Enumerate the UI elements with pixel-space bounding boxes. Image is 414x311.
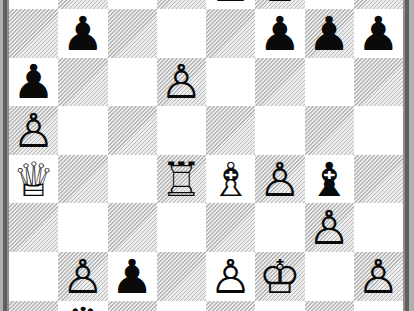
square-d3[interactable] — [157, 203, 206, 252]
square-b5[interactable] — [58, 106, 107, 155]
square-h5[interactable] — [354, 106, 403, 155]
black-bishop: ♝ — [308, 156, 350, 203]
square-b7[interactable]: ♟ — [58, 9, 107, 58]
white-queen: ♕ — [13, 156, 55, 203]
square-a1[interactable] — [9, 301, 58, 311]
square-c7[interactable] — [108, 9, 157, 58]
square-g3[interactable]: ♙ — [305, 203, 354, 252]
chess-diagram: ♜♚♟♟♟♟♟♙♙♕♖♗♙♝♙♙♟♙♔♙♛ — [0, 0, 414, 311]
board-frame-right — [403, 0, 414, 311]
square-h3[interactable] — [354, 203, 403, 252]
black-queen: ♛ — [62, 301, 104, 311]
square-d4[interactable]: ♖ — [157, 155, 206, 204]
board-frame-left — [0, 0, 9, 311]
square-a2[interactable] — [9, 252, 58, 301]
square-f7[interactable]: ♟ — [255, 9, 304, 58]
white-bishop: ♗ — [210, 156, 252, 203]
square-d7[interactable] — [157, 9, 206, 58]
black-pawn: ♟ — [13, 58, 55, 105]
square-f2[interactable]: ♔ — [255, 252, 304, 301]
square-e4[interactable]: ♗ — [206, 155, 255, 204]
square-a5[interactable]: ♙ — [9, 106, 58, 155]
white-rook: ♖ — [160, 156, 202, 203]
square-f1[interactable] — [255, 301, 304, 311]
square-f4[interactable]: ♙ — [255, 155, 304, 204]
square-d2[interactable] — [157, 252, 206, 301]
square-e8[interactable]: ♜ — [206, 0, 255, 9]
square-a8[interactable] — [9, 0, 58, 9]
square-g1[interactable] — [305, 301, 354, 311]
white-pawn: ♙ — [13, 107, 55, 154]
black-pawn: ♟ — [357, 10, 399, 57]
white-pawn: ♙ — [259, 156, 301, 203]
square-h1[interactable] — [354, 301, 403, 311]
white-pawn: ♙ — [160, 58, 202, 105]
square-d5[interactable] — [157, 106, 206, 155]
white-king: ♔ — [259, 253, 301, 300]
square-e1[interactable] — [206, 301, 255, 311]
square-b2[interactable]: ♙ — [58, 252, 107, 301]
square-h7[interactable]: ♟ — [354, 9, 403, 58]
square-f8[interactable]: ♚ — [255, 0, 304, 9]
square-c4[interactable] — [108, 155, 157, 204]
square-a4[interactable]: ♕ — [9, 155, 58, 204]
square-e3[interactable] — [206, 203, 255, 252]
square-h8[interactable] — [354, 0, 403, 9]
black-pawn: ♟ — [259, 10, 301, 57]
black-pawn: ♟ — [111, 253, 153, 300]
white-pawn: ♙ — [357, 253, 399, 300]
square-e6[interactable] — [206, 58, 255, 107]
square-c6[interactable] — [108, 58, 157, 107]
chess-board: ♜♚♟♟♟♟♟♙♙♕♖♗♙♝♙♙♟♙♔♙♛ — [9, 0, 403, 311]
square-b4[interactable] — [58, 155, 107, 204]
square-h4[interactable] — [354, 155, 403, 204]
square-d8[interactable] — [157, 0, 206, 9]
square-f3[interactable] — [255, 203, 304, 252]
square-b1[interactable]: ♛ — [58, 301, 107, 311]
square-g7[interactable]: ♟ — [305, 9, 354, 58]
square-c8[interactable] — [108, 0, 157, 9]
square-h6[interactable] — [354, 58, 403, 107]
square-c2[interactable]: ♟ — [108, 252, 157, 301]
white-pawn: ♙ — [210, 253, 252, 300]
black-pawn: ♟ — [308, 10, 350, 57]
square-c1[interactable] — [108, 301, 157, 311]
square-g2[interactable] — [305, 252, 354, 301]
square-g8[interactable] — [305, 0, 354, 9]
square-a3[interactable] — [9, 203, 58, 252]
black-pawn: ♟ — [62, 10, 104, 57]
square-g6[interactable] — [305, 58, 354, 107]
square-d1[interactable] — [157, 301, 206, 311]
square-a7[interactable] — [9, 9, 58, 58]
square-e2[interactable]: ♙ — [206, 252, 255, 301]
square-a6[interactable]: ♟ — [9, 58, 58, 107]
black-king: ♚ — [259, 0, 301, 8]
square-e7[interactable] — [206, 9, 255, 58]
square-f6[interactable] — [255, 58, 304, 107]
square-b6[interactable] — [58, 58, 107, 107]
black-rook: ♜ — [210, 0, 252, 8]
white-pawn: ♙ — [308, 204, 350, 251]
square-d6[interactable]: ♙ — [157, 58, 206, 107]
square-g5[interactable] — [305, 106, 354, 155]
square-h2[interactable]: ♙ — [354, 252, 403, 301]
square-b8[interactable] — [58, 0, 107, 9]
square-g4[interactable]: ♝ — [305, 155, 354, 204]
square-c3[interactable] — [108, 203, 157, 252]
square-c5[interactable] — [108, 106, 157, 155]
square-b3[interactable] — [58, 203, 107, 252]
square-f5[interactable] — [255, 106, 304, 155]
white-pawn: ♙ — [62, 253, 104, 300]
square-e5[interactable] — [206, 106, 255, 155]
